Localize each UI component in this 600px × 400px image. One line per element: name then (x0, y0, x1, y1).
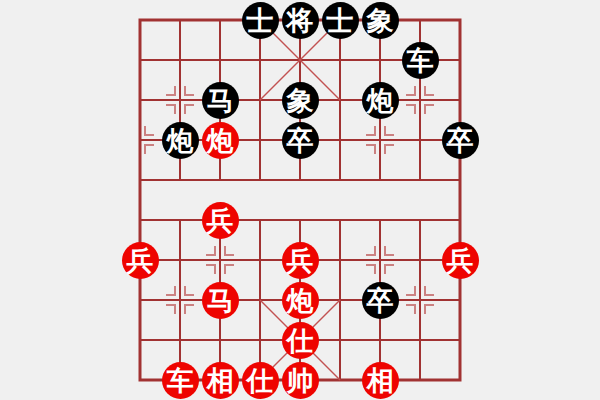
red-elephant[interactable]: 相 (202, 362, 239, 399)
red-king[interactable]: 帅 (282, 362, 319, 399)
red-soldier[interactable]: 兵 (122, 242, 159, 279)
black-soldier[interactable]: 卒 (362, 282, 399, 319)
red-soldier[interactable]: 兵 (442, 242, 479, 279)
red-cannon[interactable]: 炮 (202, 122, 239, 159)
black-advisor[interactable]: 士 (242, 2, 279, 39)
red-elephant[interactable]: 相 (362, 362, 399, 399)
red-soldier[interactable]: 兵 (282, 242, 319, 279)
black-king[interactable]: 将 (282, 2, 319, 39)
black-horse[interactable]: 马 (202, 82, 239, 119)
red-advisor[interactable]: 仕 (282, 322, 319, 359)
black-soldier[interactable]: 卒 (442, 122, 479, 159)
black-advisor[interactable]: 士 (322, 2, 359, 39)
black-soldier[interactable]: 卒 (282, 122, 319, 159)
xiangqi-screenshot: 士将士象车马象炮炮卒卒卒炮兵兵兵兵马炮仕车相仕帅相 (0, 0, 600, 400)
black-cannon[interactable]: 炮 (362, 82, 399, 119)
red-horse[interactable]: 马 (202, 282, 239, 319)
black-chariot[interactable]: 车 (402, 42, 439, 79)
red-chariot[interactable]: 车 (162, 362, 199, 399)
xiangqi-board: 士将士象车马象炮炮卒卒卒炮兵兵兵兵马炮仕车相仕帅相 (0, 0, 600, 400)
red-advisor[interactable]: 仕 (242, 362, 279, 399)
black-elephant[interactable]: 象 (282, 82, 319, 119)
pieces-layer: 士将士象车马象炮炮卒卒卒炮兵兵兵兵马炮仕车相仕帅相 (0, 0, 600, 400)
red-soldier[interactable]: 兵 (202, 202, 239, 239)
black-elephant[interactable]: 象 (362, 2, 399, 39)
red-cannon[interactable]: 炮 (282, 282, 319, 319)
black-cannon[interactable]: 炮 (162, 122, 199, 159)
